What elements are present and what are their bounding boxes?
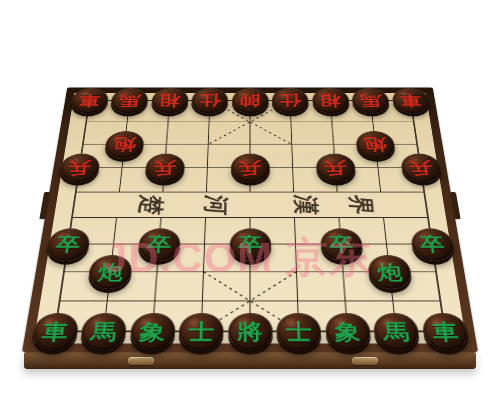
pieces-layer: 車馬相仕帥仕相馬車炮炮兵兵兵兵兵卒卒卒卒卒炮炮車馬象士將士象馬車 xyxy=(33,93,466,343)
piece-red-soldier[interactable]: 兵 xyxy=(399,154,442,183)
board-front-edge xyxy=(24,352,476,369)
fold-hinge-right xyxy=(450,192,461,219)
piece-red-chariot[interactable]: 車 xyxy=(69,88,109,113)
piece-character: 將 xyxy=(237,321,263,343)
piece-character: 卒 xyxy=(419,235,446,254)
piece-red-cannon[interactable]: 炮 xyxy=(355,131,396,158)
piece-character: 車 xyxy=(431,321,460,343)
piece-character: 兵 xyxy=(324,160,348,177)
piece-character: 炮 xyxy=(113,136,137,152)
piece-character: 相 xyxy=(319,93,341,108)
piece-character: 士 xyxy=(286,321,312,343)
piece-green-cannon[interactable]: 炮 xyxy=(87,255,133,289)
piece-character: 象 xyxy=(334,321,361,343)
piece-character: 卒 xyxy=(328,235,353,254)
piece-character: 炮 xyxy=(376,262,403,282)
piece-green-elephant[interactable]: 象 xyxy=(324,313,371,350)
piece-character: 馬 xyxy=(382,321,410,343)
piece-red-cannon[interactable]: 炮 xyxy=(104,131,145,158)
piece-red-soldier[interactable]: 兵 xyxy=(144,154,185,183)
piece-green-horse[interactable]: 馬 xyxy=(372,313,420,350)
piece-character: 車 xyxy=(399,93,422,108)
piece-red-horse[interactable]: 馬 xyxy=(351,88,390,113)
piece-character: 士 xyxy=(188,321,214,343)
piece-green-soldier[interactable]: 卒 xyxy=(137,228,181,261)
piece-character: 炮 xyxy=(97,262,124,282)
piece-green-advisor[interactable]: 士 xyxy=(178,313,224,350)
piece-character: 車 xyxy=(78,93,101,108)
piece-character: 馬 xyxy=(90,321,118,343)
piece-character: 象 xyxy=(139,321,166,343)
piece-red-advisor[interactable]: 仕 xyxy=(272,88,309,113)
piece-red-soldier[interactable]: 兵 xyxy=(315,154,356,183)
piece-green-elephant[interactable]: 象 xyxy=(129,313,176,350)
piece-character: 兵 xyxy=(67,160,92,177)
piece-red-elephant[interactable]: 相 xyxy=(311,88,349,113)
piece-character: 車 xyxy=(41,321,70,343)
piece-green-advisor[interactable]: 士 xyxy=(276,313,322,350)
fold-hinge-left xyxy=(39,192,50,219)
piece-character: 卒 xyxy=(55,235,82,254)
piece-red-chariot[interactable]: 車 xyxy=(391,88,431,113)
xiangqi-board: 楚 河 漢 界 車馬相仕帥仕相馬車炮炮兵兵兵兵兵卒卒卒卒卒炮炮車馬象士將士象馬車 xyxy=(22,88,478,352)
piece-green-general[interactable]: 將 xyxy=(228,313,273,350)
piece-red-soldier[interactable]: 兵 xyxy=(58,154,101,183)
piece-red-elephant[interactable]: 相 xyxy=(150,88,188,113)
piece-red-horse[interactable]: 馬 xyxy=(110,88,149,113)
clasp-right[interactable] xyxy=(352,357,378,365)
piece-green-chariot[interactable]: 車 xyxy=(30,313,80,350)
piece-character: 馬 xyxy=(359,93,382,108)
piece-character: 相 xyxy=(159,93,181,108)
piece-green-horse[interactable]: 馬 xyxy=(79,313,127,350)
board-scene: 楚 河 漢 界 車馬相仕帥仕相馬車炮炮兵兵兵兵兵卒卒卒卒卒炮炮車馬象士將士象馬車 xyxy=(0,0,500,400)
piece-character: 卒 xyxy=(146,235,171,254)
piece-green-soldier[interactable]: 卒 xyxy=(409,228,455,261)
piece-red-general[interactable]: 帥 xyxy=(232,88,269,113)
piece-character: 仕 xyxy=(199,93,221,108)
product-photo: 楚 河 漢 界 車馬相仕帥仕相馬車炮炮兵兵兵兵兵卒卒卒卒卒炮炮車馬象士將士象馬車… xyxy=(0,0,500,400)
piece-green-chariot[interactable]: 車 xyxy=(420,313,470,350)
piece-green-cannon[interactable]: 炮 xyxy=(367,255,413,289)
piece-character: 兵 xyxy=(408,160,433,177)
piece-green-soldier[interactable]: 卒 xyxy=(45,228,91,261)
piece-character: 炮 xyxy=(364,136,388,152)
piece-character: 兵 xyxy=(153,160,177,177)
piece-character: 帥 xyxy=(239,93,260,108)
board-surface: 楚 河 漢 界 車馬相仕帥仕相馬車炮炮兵兵兵兵兵卒卒卒卒卒炮炮車馬象士將士象馬車 xyxy=(33,93,466,343)
piece-red-soldier[interactable]: 兵 xyxy=(230,154,269,183)
piece-red-advisor[interactable]: 仕 xyxy=(191,88,228,113)
piece-green-soldier[interactable]: 卒 xyxy=(319,228,363,261)
clasp-left[interactable] xyxy=(128,357,154,365)
piece-character: 兵 xyxy=(239,160,262,177)
piece-character: 馬 xyxy=(118,93,141,108)
piece-character: 仕 xyxy=(279,93,301,108)
board-frame: 楚 河 漢 界 車馬相仕帥仕相馬車炮炮兵兵兵兵兵卒卒卒卒卒炮炮車馬象士將士象馬車 xyxy=(22,88,478,352)
piece-character: 卒 xyxy=(238,235,262,254)
piece-green-soldier[interactable]: 卒 xyxy=(229,228,271,261)
